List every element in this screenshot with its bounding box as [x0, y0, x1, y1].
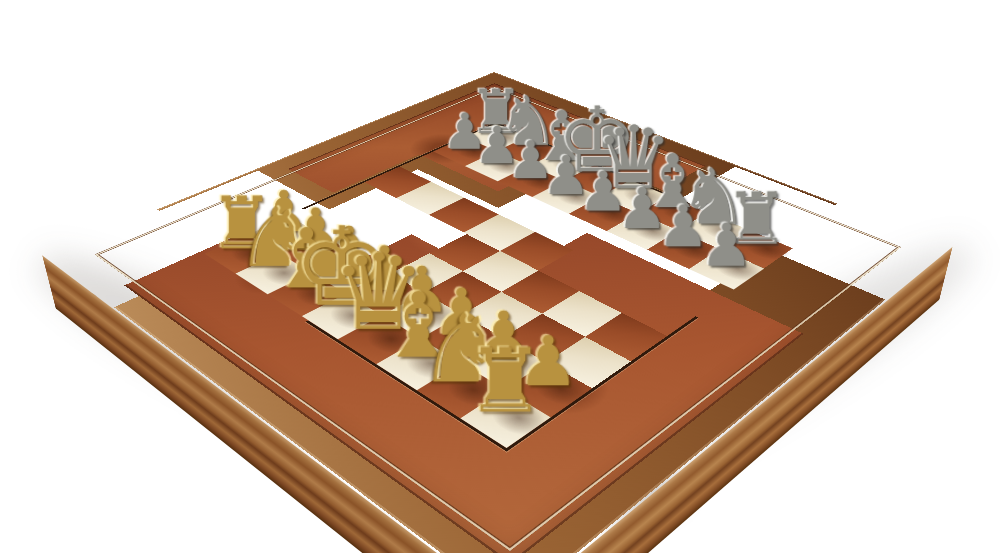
piece-white-silver-pawn-a2[interactable]: ♟: [665, 215, 788, 274]
burl-border: ♜♞♝♛♚♝♞♜♟♟♟♟♟♟♟♟♟♟♟♟♟♟♟♟♜♞♝♛♚♝♞♜: [82, 83, 913, 553]
product-photo-stage: ♜♞♝♛♚♝♞♜♟♟♟♟♟♟♟♟♟♟♟♟♟♟♟♟♜♞♝♛♚♝♞♜: [0, 0, 1000, 553]
chess-case: ♜♞♝♛♚♝♞♜♟♟♟♟♟♟♟♟♟♟♟♟♟♟♟♟♜♞♝♛♚♝♞♜: [45, 72, 950, 553]
scene: ♜♞♝♛♚♝♞♜♟♟♟♟♟♟♟♟♟♟♟♟♟♟♟♟♜♞♝♛♚♝♞♜: [0, 0, 1000, 553]
case-top-rim: ♜♞♝♛♚♝♞♜♟♟♟♟♟♟♟♟♟♟♟♟♟♟♟♟♜♞♝♛♚♝♞♜: [45, 72, 950, 553]
piece-black-brass-rook-a8[interactable]: ♜: [432, 336, 580, 425]
